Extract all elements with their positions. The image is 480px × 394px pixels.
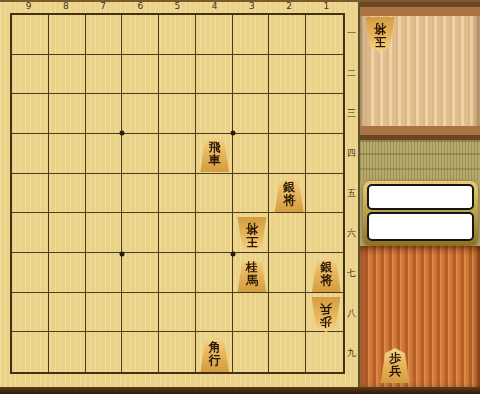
board-cell[interactable] [306, 134, 343, 174]
bottom-edge-strip [0, 387, 480, 394]
board-cell[interactable] [122, 134, 159, 174]
board-cell[interactable] [159, 213, 196, 253]
stand-rim [360, 7, 480, 16]
rank-coordinate-labels: 一二三四五六七八九 [345, 13, 358, 374]
board-cell[interactable] [233, 94, 270, 134]
star-point [231, 251, 236, 256]
board-cell[interactable] [12, 174, 49, 214]
piece-kanji: 将 [374, 22, 386, 35]
board-cell[interactable] [196, 55, 233, 95]
board-cell[interactable] [196, 174, 233, 214]
board-cell[interactable] [159, 332, 196, 372]
board-cell[interactable] [122, 55, 159, 95]
board-cell[interactable] [86, 55, 123, 95]
board-cell[interactable] [159, 293, 196, 333]
board-cell[interactable] [306, 55, 343, 95]
board-cell[interactable] [196, 94, 233, 134]
piece-kanji: 歩 [320, 315, 332, 328]
board-cell[interactable] [122, 253, 159, 293]
star-point [119, 251, 124, 256]
piece-kanji: 飛 [209, 141, 221, 154]
rank-label: 四 [345, 133, 358, 173]
star-point [119, 131, 124, 136]
gote-piece-stand[interactable]: 玉将 [360, 0, 480, 140]
board-cell[interactable] [159, 134, 196, 174]
board-cell[interactable] [86, 293, 123, 333]
board-cell[interactable] [159, 94, 196, 134]
shogi-piece-pawn[interactable]: 歩兵 [380, 348, 410, 383]
board-cell[interactable] [306, 332, 343, 372]
board-cell[interactable] [122, 15, 159, 55]
board-cell[interactable] [49, 94, 86, 134]
board-cell[interactable] [122, 94, 159, 134]
board-cell[interactable] [12, 94, 49, 134]
stand-rim [360, 126, 480, 135]
rank-label: 三 [345, 93, 358, 133]
rank-label: 七 [345, 254, 358, 294]
board-cell[interactable] [49, 174, 86, 214]
board-cell[interactable] [269, 213, 306, 253]
board-cell[interactable] [159, 253, 196, 293]
piece-kanji: 兵 [320, 302, 332, 315]
info-plate-top [367, 184, 474, 210]
piece-kanji: 兵 [389, 365, 401, 378]
piece-kanji: 将 [283, 194, 295, 207]
board-cell[interactable] [86, 213, 123, 253]
board-cell[interactable] [49, 332, 86, 372]
board-cell[interactable] [86, 15, 123, 55]
top-edge-strip [0, 0, 480, 2]
board-cell[interactable] [86, 94, 123, 134]
board-cell[interactable] [269, 15, 306, 55]
piece-kanji: 将 [246, 222, 258, 235]
rank-label: 二 [345, 53, 358, 93]
board-cell[interactable] [12, 55, 49, 95]
board-cell[interactable] [86, 134, 123, 174]
board-cell[interactable] [269, 332, 306, 372]
board-cell[interactable] [233, 332, 270, 372]
board-cell[interactable] [269, 293, 306, 333]
board-cell[interactable] [159, 15, 196, 55]
board-cell[interactable] [12, 15, 49, 55]
board-cell[interactable] [306, 94, 343, 134]
board-cell[interactable] [306, 213, 343, 253]
board-cell[interactable] [12, 134, 49, 174]
board-cell[interactable] [159, 174, 196, 214]
piece-kanji: 将 [320, 274, 332, 287]
board-cell[interactable] [12, 253, 49, 293]
board-cell[interactable] [196, 213, 233, 253]
board-cell[interactable] [12, 213, 49, 253]
rank-label: 八 [345, 294, 358, 334]
board-cell[interactable] [233, 174, 270, 214]
rank-label: 六 [345, 214, 358, 254]
board-cell[interactable] [122, 332, 159, 372]
board-cell[interactable] [122, 213, 159, 253]
board-cell[interactable] [122, 174, 159, 214]
board-cell[interactable] [86, 253, 123, 293]
board-cell[interactable] [86, 332, 123, 372]
board-cell[interactable] [49, 134, 86, 174]
board-cell[interactable] [196, 15, 233, 55]
board-cell[interactable] [269, 253, 306, 293]
board-cell[interactable] [233, 293, 270, 333]
info-plate-frame [363, 181, 478, 246]
shogi-piece-king[interactable]: 玉将 [365, 17, 395, 52]
board-cell[interactable] [196, 293, 233, 333]
board-cell[interactable] [233, 134, 270, 174]
board-cell[interactable] [122, 293, 159, 333]
piece-kanji: 王 [246, 235, 258, 248]
piece-kanji: 行 [209, 354, 221, 367]
board-cell[interactable] [269, 55, 306, 95]
board-cell[interactable] [49, 293, 86, 333]
sente-piece-stand[interactable]: 歩兵 [360, 246, 480, 387]
board-cell[interactable] [233, 15, 270, 55]
rank-label: 一 [345, 13, 358, 53]
piece-kanji: 玉 [374, 35, 386, 48]
board-cell[interactable] [269, 134, 306, 174]
board-cell[interactable] [159, 55, 196, 95]
side-panel: 玉将 歩兵 [358, 0, 480, 394]
board-cell[interactable] [233, 55, 270, 95]
shogi-app: 987654321 一二三四五六七八九 飛車銀将王将桂馬銀将歩兵角行 玉将 歩兵 [0, 0, 480, 394]
board-cell[interactable] [306, 15, 343, 55]
tatami-background [360, 140, 480, 181]
info-plate-bottom [367, 212, 474, 241]
piece-kanji: 馬 [246, 274, 258, 287]
board-cell[interactable] [306, 174, 343, 214]
board-cell[interactable] [49, 253, 86, 293]
rank-label: 九 [345, 334, 358, 374]
board-cell[interactable] [49, 55, 86, 95]
star-point [231, 131, 236, 136]
board-cell[interactable] [269, 94, 306, 134]
rank-label: 五 [345, 173, 358, 213]
board-cell[interactable] [12, 293, 49, 333]
piece-kanji: 車 [209, 154, 221, 167]
shogi-board-area: 987654321 一二三四五六七八九 飛車銀将王将桂馬銀将歩兵角行 [0, 0, 358, 394]
board-cell[interactable] [196, 253, 233, 293]
board-cell[interactable] [49, 213, 86, 253]
board-cell[interactable] [49, 15, 86, 55]
board-cell[interactable] [12, 332, 49, 372]
board-cell[interactable] [86, 174, 123, 214]
